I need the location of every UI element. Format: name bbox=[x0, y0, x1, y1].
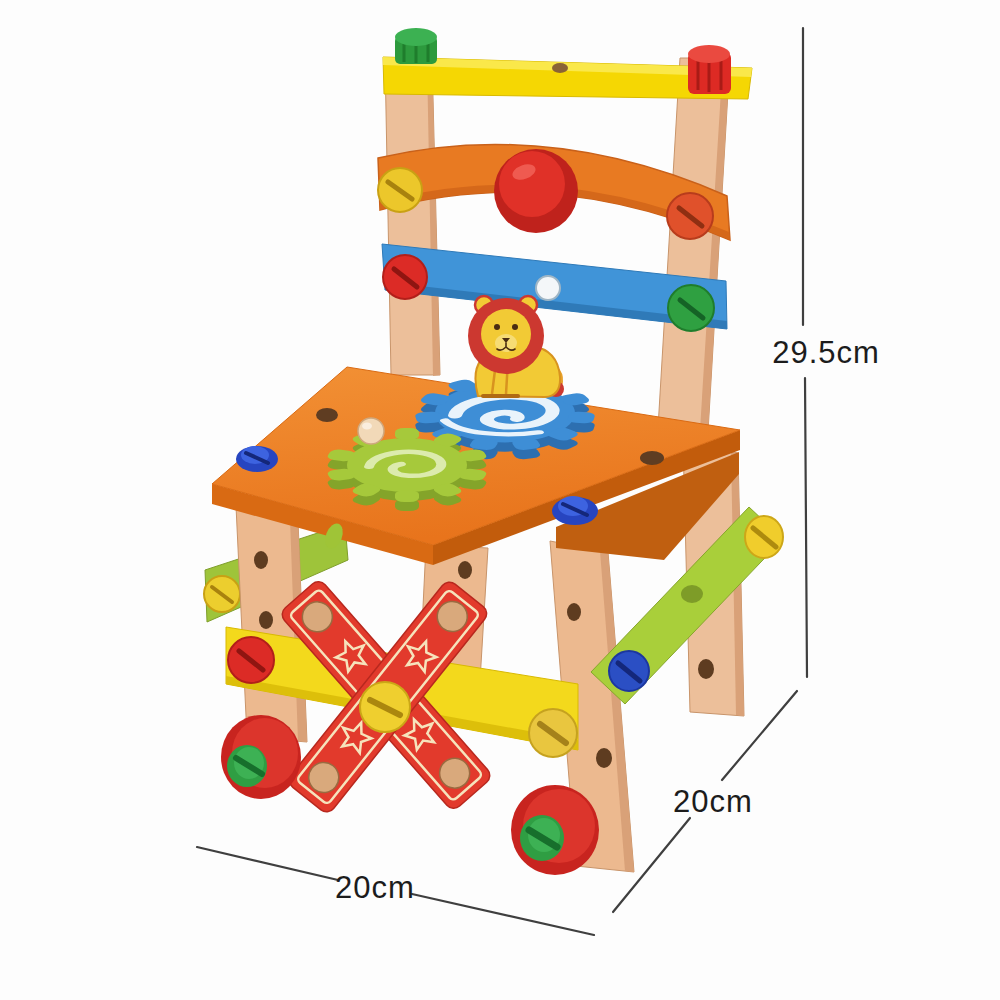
leg-hole bbox=[567, 603, 581, 621]
blue-bar-hole bbox=[536, 276, 560, 300]
leg-hole bbox=[596, 748, 612, 768]
yellow-wood-screw bbox=[529, 709, 577, 757]
toy-chair-illustration: 29.5cm 20cm 20cm bbox=[0, 0, 1000, 1000]
red-screw bbox=[228, 637, 274, 683]
top-bar-hole bbox=[552, 63, 568, 73]
yellow-nut bbox=[745, 516, 783, 558]
red-nut bbox=[688, 45, 731, 94]
leg-hole bbox=[458, 561, 472, 579]
wheel-bolt-left bbox=[221, 715, 301, 799]
depth-dimension-label: 20cm bbox=[673, 784, 753, 819]
leg-hole bbox=[259, 611, 273, 629]
large-red-bolt bbox=[494, 149, 578, 233]
product-photo: 29.5cm 20cm 20cm bbox=[0, 0, 1000, 1000]
green-nut bbox=[395, 28, 437, 64]
yellow-center-screw bbox=[360, 682, 410, 732]
wooden-ball bbox=[358, 418, 384, 444]
brace-hole bbox=[681, 585, 703, 603]
blue-screw-on-seat bbox=[236, 446, 278, 472]
leg-hole bbox=[698, 659, 714, 679]
leg-hole bbox=[254, 551, 268, 569]
seat-hole bbox=[316, 408, 338, 422]
height-dimension-label: 29.5cm bbox=[772, 335, 880, 370]
seat-hole bbox=[640, 451, 664, 465]
blue-screw bbox=[609, 651, 649, 691]
width-dimension-label: 20cm bbox=[335, 870, 415, 905]
wheel-bolt-right bbox=[511, 785, 599, 875]
